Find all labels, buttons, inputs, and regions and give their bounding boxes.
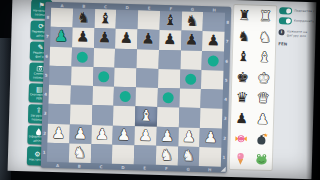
square-g2[interactable]: ♟ — [178, 127, 200, 147]
rank-label-3: 3 — [222, 109, 229, 128]
square-h2[interactable]: ♟ — [200, 128, 222, 148]
square-f3[interactable] — [157, 107, 179, 127]
black-pawn-c7[interactable]: ♟ — [98, 29, 112, 48]
square-c1[interactable] — [90, 144, 112, 164]
square-a4[interactable] — [48, 85, 70, 105]
square-h7[interactable]: ♟ — [202, 31, 224, 51]
upload-icon: ⇪ — [36, 107, 42, 115]
rank-label-7: 7 — [224, 32, 231, 51]
square-d5[interactable] — [114, 67, 136, 87]
file-label-d: D — [112, 164, 134, 171]
refresh-icon: ⟳ — [38, 23, 44, 31]
white-pawn-b2[interactable]: ♟ — [73, 124, 87, 143]
move-dot-g5 — [185, 74, 196, 85]
rank-label-5: 5 — [223, 70, 230, 89]
square-b3[interactable] — [70, 105, 92, 125]
black-bishop-f8[interactable]: ♝ — [163, 11, 177, 30]
square-d1[interactable] — [112, 144, 134, 164]
move-dot-h6 — [207, 55, 218, 66]
tray-white-bishop[interactable]: ♝ — [258, 49, 271, 65]
toggle-knob — [287, 8, 292, 13]
square-g3[interactable] — [178, 108, 200, 128]
candy-icon[interactable] — [234, 132, 247, 145]
white-pawn-h2[interactable]: ♟ — [204, 128, 218, 147]
square-e7[interactable]: ♟ — [137, 30, 159, 50]
black-pawn-f7[interactable]: ♟ — [163, 30, 177, 49]
tray-white-pawn[interactable]: ♟ — [256, 110, 269, 126]
square-a3[interactable] — [48, 104, 70, 124]
square-e6[interactable] — [137, 49, 159, 69]
black-knight-b8[interactable]: ♞ — [76, 9, 90, 28]
square-a8[interactable] — [51, 8, 73, 28]
square-f4[interactable] — [157, 88, 179, 108]
square-f5[interactable] — [158, 69, 180, 89]
white-pawn-f2[interactable]: ♟ — [160, 127, 174, 146]
file-label-f: F — [155, 165, 177, 172]
tray-black-king[interactable]: ♚ — [236, 69, 249, 85]
rank-label-4: 4 — [222, 90, 229, 109]
square-b4[interactable] — [70, 85, 92, 105]
black-bishop-c8[interactable]: ♝ — [98, 9, 112, 28]
square-f1[interactable]: ♞ — [156, 146, 178, 166]
square-h3[interactable] — [200, 108, 222, 128]
white-knight-f1[interactable]: ♞ — [160, 146, 174, 165]
square-d2[interactable]: ♟ — [113, 125, 135, 145]
square-b5[interactable] — [71, 66, 93, 86]
square-e2[interactable]: ♟ — [134, 126, 156, 146]
square-e5[interactable] — [136, 68, 158, 88]
rank-label-2: 2 — [221, 128, 228, 147]
square-f7[interactable]: ♟ — [159, 30, 181, 50]
rank-label-6: 6 — [223, 51, 230, 70]
square-f2[interactable]: ♟ — [156, 126, 178, 146]
toggle-knob — [286, 18, 291, 23]
photo-edge-shadow — [306, 0, 320, 180]
white-pawn-e2[interactable]: ♟ — [138, 126, 152, 145]
square-g7[interactable]: ♟ — [181, 31, 203, 51]
move-dot-f4 — [163, 92, 174, 103]
paint-drop-icon — [35, 128, 41, 136]
square-b1[interactable]: ♞ — [69, 143, 91, 163]
square-d7[interactable]: ♟ — [115, 29, 137, 49]
square-c5[interactable] — [92, 67, 114, 87]
tray-white-knight[interactable]: ♞ — [258, 28, 271, 44]
black-knight-g8[interactable]: ♞ — [185, 12, 199, 31]
square-c6[interactable] — [93, 48, 115, 68]
square-b2[interactable]: ♟ — [69, 124, 91, 144]
square-e8[interactable] — [138, 10, 160, 30]
move-dot-b6 — [77, 51, 88, 62]
white-pawn-a2[interactable]: ♟ — [52, 124, 66, 143]
black-pawn-a7[interactable]: ♟ — [54, 27, 68, 46]
square-g1[interactable]: ♞ — [177, 146, 199, 166]
move-dot-d4 — [119, 91, 130, 102]
square-c2[interactable]: ♟ — [91, 125, 113, 145]
board-resize-handle[interactable] — [221, 167, 226, 172]
tray-white-king[interactable]: ♚ — [257, 69, 270, 85]
square-b8[interactable]: ♞ — [72, 8, 94, 28]
board-grid: ♞♝♝♞♟♟♟♟♟♟♟♟♝♟♟♟♟♟♟♟♟♞♞♞ — [47, 8, 225, 167]
square-a2[interactable]: ♟ — [47, 123, 69, 143]
ice-cream-icon[interactable] — [234, 152, 247, 165]
flag-icon: ⚑ — [38, 2, 45, 10]
white-pawn-d2[interactable]: ♟ — [117, 125, 131, 144]
tray-black-rook[interactable]: ♜ — [238, 7, 251, 23]
square-g4[interactable] — [179, 88, 201, 108]
square-b7[interactable]: ♟ — [72, 28, 94, 48]
photo-background: ⚑Начальная позиция⟳Перевернуть доску✎Ред… — [0, 0, 320, 180]
tray-white-queen[interactable]: ♛ — [257, 90, 270, 106]
square-a6[interactable] — [50, 46, 72, 66]
white-knight-g1[interactable]: ♞ — [181, 146, 195, 165]
black-pawn-h7[interactable]: ♟ — [206, 32, 220, 51]
black-pawn-e7[interactable]: ♟ — [141, 30, 155, 49]
chess-board: ABCDEFGH 87654321 ♞♝♝♞♟♟♟♟♟♟♟♟♝♟♟♟♟♟♟♟♟♞… — [41, 2, 232, 173]
rank-label-1: 1 — [221, 147, 228, 166]
square-d6[interactable] — [115, 48, 137, 68]
square-g5[interactable] — [179, 69, 201, 89]
square-a5[interactable] — [49, 66, 71, 86]
square-f6[interactable] — [158, 49, 180, 69]
white-pawn-g2[interactable]: ♟ — [182, 127, 196, 146]
document-icon: ▤ — [36, 86, 43, 94]
square-h6[interactable] — [202, 51, 224, 71]
square-c4[interactable] — [92, 86, 114, 106]
square-h1[interactable] — [199, 147, 221, 167]
gear-icon: ⚙ — [34, 150, 41, 158]
black-pawn-b7[interactable]: ♟ — [76, 28, 90, 47]
square-d3[interactable] — [113, 106, 135, 126]
white-bishop-e3[interactable]: ♝ — [139, 107, 153, 126]
white-knight-b1[interactable]: ♞ — [73, 143, 87, 162]
tray-black-queen[interactable]: ♛ — [236, 89, 249, 105]
move-dot-c5 — [98, 71, 109, 82]
bomb-icon[interactable] — [255, 132, 268, 145]
square-h5[interactable] — [201, 70, 223, 90]
frog-icon[interactable] — [255, 153, 268, 166]
info-icon: i — [278, 29, 284, 35]
square-c7[interactable]: ♟ — [94, 28, 116, 48]
square-h4[interactable] — [201, 89, 223, 109]
square-c3[interactable] — [91, 105, 113, 125]
black-pawn-g7[interactable]: ♟ — [185, 31, 199, 50]
black-pawn-d7[interactable]: ♟ — [119, 29, 133, 48]
file-label-g: G — [177, 165, 199, 172]
file-label-c: C — [90, 163, 112, 170]
square-e3[interactable]: ♝ — [135, 107, 157, 127]
file-label-b: B — [68, 162, 90, 169]
square-b6[interactable] — [71, 47, 93, 67]
square-c8[interactable]: ♝ — [94, 9, 116, 29]
toggle-switch[interactable] — [279, 17, 292, 24]
piece-tray: ♜♜♞♞♝♝♚♚♛♛♟♟ — [229, 4, 278, 171]
pencil-icon: ✎ — [37, 44, 43, 52]
tray-white-rook[interactable]: ♜ — [259, 8, 272, 24]
tray-black-knight[interactable]: ♞ — [237, 28, 250, 44]
square-a1[interactable] — [47, 143, 69, 163]
tray-black-bishop[interactable]: ♝ — [237, 48, 250, 64]
square-g8[interactable]: ♞ — [181, 12, 203, 32]
square-f8[interactable]: ♝ — [159, 11, 181, 31]
toggle-switch[interactable] — [279, 7, 292, 14]
square-h8[interactable] — [203, 12, 225, 32]
rank-label-8: 8 — [225, 13, 232, 32]
square-e4[interactable] — [135, 87, 157, 107]
square-d8[interactable] — [116, 10, 138, 30]
square-e1[interactable] — [134, 145, 156, 165]
file-label-a: A — [47, 162, 69, 169]
tray-black-pawn[interactable]: ♟ — [235, 110, 248, 126]
file-label-e: E — [134, 164, 156, 171]
file-label-h: H — [199, 166, 221, 173]
board-editor-app: ⚑Начальная позиция⟳Перевернуть доску✎Ред… — [8, 0, 317, 179]
square-a7[interactable]: ♟ — [50, 27, 72, 47]
white-pawn-c2[interactable]: ♟ — [95, 125, 109, 144]
square-g6[interactable] — [180, 50, 202, 70]
square-d4[interactable] — [114, 87, 136, 107]
